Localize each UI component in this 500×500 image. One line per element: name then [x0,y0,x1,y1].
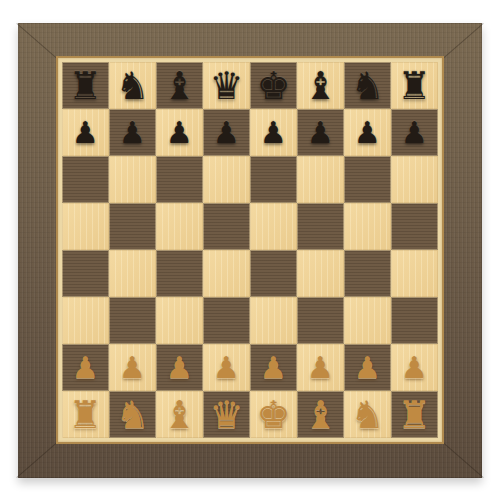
square-f3[interactable] [297,297,344,344]
square-g1[interactable]: ♞ [344,391,391,438]
square-g7[interactable]: ♟ [344,109,391,156]
black-knight[interactable]: ♞ [350,67,384,105]
square-a5[interactable] [62,203,109,250]
square-b4[interactable] [109,250,156,297]
square-a6[interactable] [62,156,109,203]
white-knight[interactable]: ♞ [115,396,149,434]
square-d1[interactable]: ♛ [203,391,250,438]
square-b6[interactable] [109,156,156,203]
white-pawn[interactable]: ♟ [354,353,381,383]
square-g2[interactable]: ♟ [344,344,391,391]
square-e7[interactable]: ♟ [250,109,297,156]
black-rook[interactable]: ♜ [68,67,102,105]
square-f7[interactable]: ♟ [297,109,344,156]
square-d2[interactable]: ♟ [203,344,250,391]
square-g6[interactable] [344,156,391,203]
black-king[interactable]: ♚ [256,67,290,105]
square-d5[interactable] [203,203,250,250]
square-e5[interactable] [250,203,297,250]
square-a3[interactable] [62,297,109,344]
black-pawn[interactable]: ♟ [119,118,146,148]
square-c3[interactable] [156,297,203,344]
board-frame: ♜♞♝♛♚♝♞♜♟♟♟♟♟♟♟♟♟♟♟♟♟♟♟♟♜♞♝♛♚♝♞♜ [18,23,482,478]
square-e2[interactable]: ♟ [250,344,297,391]
square-f2[interactable]: ♟ [297,344,344,391]
square-c1[interactable]: ♝ [156,391,203,438]
square-c7[interactable]: ♟ [156,109,203,156]
white-pawn[interactable]: ♟ [166,353,193,383]
square-d6[interactable] [203,156,250,203]
square-f5[interactable] [297,203,344,250]
square-c6[interactable] [156,156,203,203]
frame-miter-seam [442,23,483,59]
square-g4[interactable] [344,250,391,297]
square-c4[interactable] [156,250,203,297]
square-b2[interactable]: ♟ [109,344,156,391]
white-pawn[interactable]: ♟ [307,353,334,383]
square-d7[interactable]: ♟ [203,109,250,156]
black-pawn[interactable]: ♟ [260,118,287,148]
square-b3[interactable] [109,297,156,344]
square-h4[interactable] [391,250,438,297]
square-h2[interactable]: ♟ [391,344,438,391]
square-h3[interactable] [391,297,438,344]
white-king[interactable]: ♚ [256,396,290,434]
square-a1[interactable]: ♜ [62,391,109,438]
square-g8[interactable]: ♞ [344,62,391,109]
square-d3[interactable] [203,297,250,344]
square-c8[interactable]: ♝ [156,62,203,109]
square-d8[interactable]: ♛ [203,62,250,109]
white-bishop[interactable]: ♝ [303,396,337,434]
square-a2[interactable]: ♟ [62,344,109,391]
square-h8[interactable]: ♜ [391,62,438,109]
frame-miter-seam [16,442,57,478]
square-h5[interactable] [391,203,438,250]
white-bishop[interactable]: ♝ [162,396,196,434]
black-pawn[interactable]: ♟ [166,118,193,148]
white-pawn[interactable]: ♟ [213,353,240,383]
square-b5[interactable] [109,203,156,250]
square-c2[interactable]: ♟ [156,344,203,391]
black-pawn[interactable]: ♟ [401,118,428,148]
white-pawn[interactable]: ♟ [260,353,287,383]
square-b7[interactable]: ♟ [109,109,156,156]
white-rook[interactable]: ♜ [397,396,431,434]
white-queen[interactable]: ♛ [209,396,243,434]
square-a4[interactable] [62,250,109,297]
black-pawn[interactable]: ♟ [354,118,381,148]
square-f4[interactable] [297,250,344,297]
black-knight[interactable]: ♞ [115,67,149,105]
square-e8[interactable]: ♚ [250,62,297,109]
frame-miter-seam [442,442,483,478]
white-rook[interactable]: ♜ [68,396,102,434]
chess-set-photo: ♜♞♝♛♚♝♞♜♟♟♟♟♟♟♟♟♟♟♟♟♟♟♟♟♜♞♝♛♚♝♞♜ [0,0,500,500]
square-e6[interactable] [250,156,297,203]
square-h1[interactable]: ♜ [391,391,438,438]
chess-board: ♜♞♝♛♚♝♞♜♟♟♟♟♟♟♟♟♟♟♟♟♟♟♟♟♜♞♝♛♚♝♞♜ [62,62,438,438]
black-rook[interactable]: ♜ [397,67,431,105]
square-f1[interactable]: ♝ [297,391,344,438]
frame-miter-seam [16,23,57,59]
square-h7[interactable]: ♟ [391,109,438,156]
black-queen[interactable]: ♛ [209,67,243,105]
white-pawn[interactable]: ♟ [119,353,146,383]
square-b1[interactable]: ♞ [109,391,156,438]
square-c5[interactable] [156,203,203,250]
white-pawn[interactable]: ♟ [72,353,99,383]
square-a7[interactable]: ♟ [62,109,109,156]
square-h6[interactable] [391,156,438,203]
square-g5[interactable] [344,203,391,250]
black-pawn[interactable]: ♟ [72,118,99,148]
square-e1[interactable]: ♚ [250,391,297,438]
white-knight[interactable]: ♞ [350,396,384,434]
square-e3[interactable] [250,297,297,344]
square-f8[interactable]: ♝ [297,62,344,109]
black-pawn[interactable]: ♟ [307,118,334,148]
square-e4[interactable] [250,250,297,297]
board-inlay-border: ♜♞♝♛♚♝♞♜♟♟♟♟♟♟♟♟♟♟♟♟♟♟♟♟♜♞♝♛♚♝♞♜ [56,56,444,444]
white-pawn[interactable]: ♟ [401,353,428,383]
black-bishop[interactable]: ♝ [303,67,337,105]
square-a8[interactable]: ♜ [62,62,109,109]
black-pawn[interactable]: ♟ [213,118,240,148]
square-g3[interactable] [344,297,391,344]
square-b8[interactable]: ♞ [109,62,156,109]
square-d4[interactable] [203,250,250,297]
black-bishop[interactable]: ♝ [162,67,196,105]
square-f6[interactable] [297,156,344,203]
